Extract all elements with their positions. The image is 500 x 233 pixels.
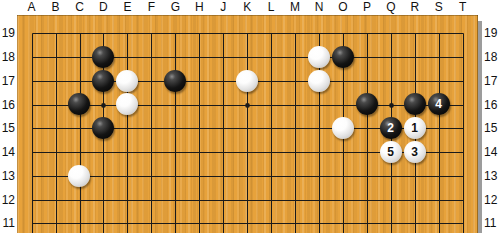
row-label-left-14: 14	[0, 144, 15, 160]
row-label-right-11: 11	[484, 215, 499, 231]
stone-black-D17[interactable]	[92, 70, 114, 92]
col-label-H: H	[187, 0, 211, 15]
col-label-J: J	[211, 0, 235, 15]
stone-black-R16[interactable]	[404, 93, 426, 115]
row-label-right-13: 13	[484, 168, 499, 184]
col-label-M: M	[283, 0, 307, 15]
go-diagram: ABCDEFGHJKLMNOPQRST 191817161514131211 1…	[0, 0, 500, 233]
stone-white-R15[interactable]: 1	[404, 117, 426, 139]
col-label-N: N	[307, 0, 331, 15]
stone-white-N17[interactable]	[308, 70, 330, 92]
col-label-O: O	[331, 0, 355, 15]
move-number-label: 5	[387, 146, 394, 158]
row-label-left-12: 12	[0, 192, 15, 208]
col-label-B: B	[44, 0, 68, 15]
row-label-right-14: 14	[484, 144, 499, 160]
row-label-left-13: 13	[0, 168, 15, 184]
stone-white-N18[interactable]	[308, 46, 330, 68]
move-number-label: 4	[435, 98, 442, 110]
stone-black-C16[interactable]	[68, 93, 90, 115]
go-board[interactable]: 42135	[17, 15, 478, 233]
col-label-C: C	[68, 0, 92, 15]
col-label-D: D	[91, 0, 115, 15]
col-label-Q: Q	[379, 0, 403, 15]
row-label-right-18: 18	[484, 49, 499, 65]
stone-black-D15[interactable]	[92, 117, 114, 139]
row-label-right-19: 19	[484, 25, 499, 41]
col-label-S: S	[427, 0, 451, 15]
move-number-label: 1	[411, 122, 418, 134]
col-label-R: R	[403, 0, 427, 15]
col-label-A: A	[20, 0, 44, 15]
stone-white-K17[interactable]	[236, 70, 258, 92]
col-label-F: F	[139, 0, 163, 15]
row-label-right-17: 17	[484, 73, 499, 89]
stone-black-G17[interactable]	[164, 70, 186, 92]
row-label-left-18: 18	[0, 49, 15, 65]
stone-black-O18[interactable]	[332, 46, 354, 68]
stone-white-C13[interactable]	[68, 165, 90, 187]
stone-black-D18[interactable]	[92, 46, 114, 68]
row-label-left-15: 15	[0, 120, 15, 136]
row-label-left-11: 11	[0, 215, 15, 231]
row-label-right-12: 12	[484, 192, 499, 208]
stone-white-R14[interactable]: 3	[404, 141, 426, 163]
row-label-left-16: 16	[0, 97, 15, 113]
stone-white-E16[interactable]	[116, 93, 138, 115]
stone-black-P16[interactable]	[356, 93, 378, 115]
col-label-L: L	[259, 0, 283, 15]
row-label-left-19: 19	[0, 25, 15, 41]
row-label-right-16: 16	[484, 97, 499, 113]
col-label-E: E	[115, 0, 139, 15]
col-label-P: P	[355, 0, 379, 15]
col-label-G: G	[163, 0, 187, 15]
move-number-label: 2	[387, 122, 394, 134]
col-label-T: T	[451, 0, 475, 15]
stones-layer: 42135	[20, 21, 475, 233]
row-label-left-17: 17	[0, 73, 15, 89]
move-number-label: 3	[411, 146, 418, 158]
stone-white-E17[interactable]	[116, 70, 138, 92]
stone-white-Q14[interactable]: 5	[380, 141, 402, 163]
stone-black-S16[interactable]: 4	[428, 93, 450, 115]
board-shadow	[478, 21, 482, 233]
col-label-K: K	[235, 0, 259, 15]
stone-black-Q15[interactable]: 2	[380, 117, 402, 139]
row-label-right-15: 15	[484, 120, 499, 136]
stone-white-O15[interactable]	[332, 117, 354, 139]
